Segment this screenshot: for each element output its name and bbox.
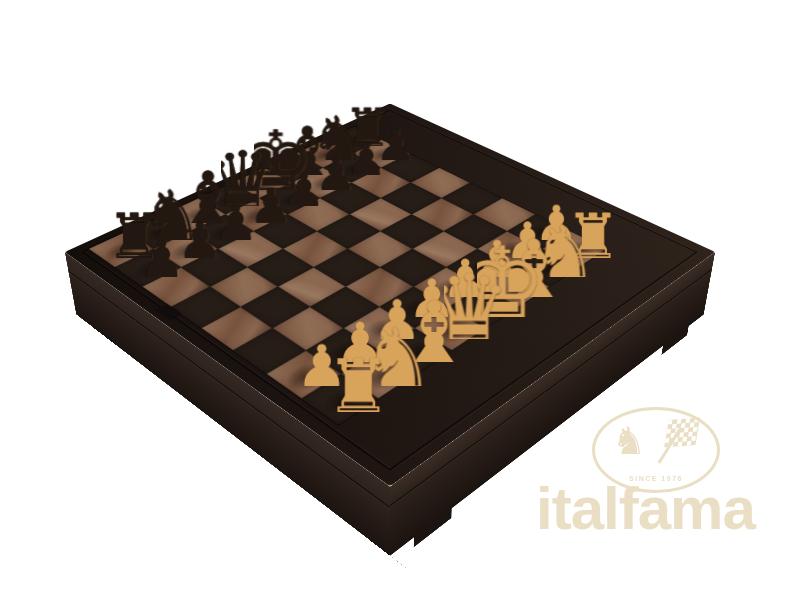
brand-wordmark: italfama [536,474,800,543]
box-foot [661,326,688,355]
knight-logo-icon: ♞ [612,422,646,460]
piece-glyph-billboard: ♟ [138,155,185,277]
box-foot [414,508,452,547]
box-foot [92,327,119,356]
product-photo: ♜♞♝♛♚♝♞♜♟♟♟♟♟♟♟♟♟♟♟♟♟♟♟♟♜♞♝♛♚♝♞♜ ♞ SINCE… [0,0,800,600]
checkered-flag-icon [664,417,700,447]
piece-glyph-billboard: ♜ [331,270,386,411]
